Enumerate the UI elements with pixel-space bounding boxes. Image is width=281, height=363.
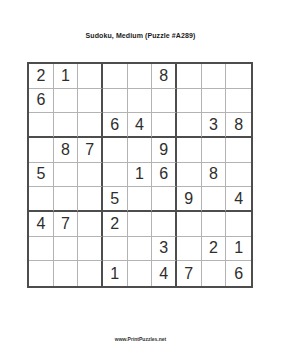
cell-r6c8[interactable]	[202, 187, 227, 212]
cell-r9c5[interactable]	[128, 261, 153, 286]
cell-r2c2[interactable]	[54, 89, 79, 114]
cell-r5c8[interactable]: 8	[202, 163, 227, 188]
cell-r9c6[interactable]: 4	[152, 261, 177, 286]
cell-r2c3[interactable]	[78, 89, 103, 114]
cell-r7c7[interactable]	[177, 212, 202, 237]
cell-r1c8[interactable]	[202, 64, 227, 89]
cell-r6c6[interactable]	[152, 187, 177, 212]
cell-r3c7[interactable]	[177, 113, 202, 138]
cell-r5c6[interactable]: 6	[152, 163, 177, 188]
cell-r9c2[interactable]	[54, 261, 79, 286]
cell-r6c5[interactable]	[128, 187, 153, 212]
cell-r5c9[interactable]	[226, 163, 251, 188]
cell-r3c8[interactable]: 3	[202, 113, 227, 138]
cell-r3c5[interactable]: 4	[128, 113, 153, 138]
cell-r7c6[interactable]	[152, 212, 177, 237]
cell-r1c5[interactable]	[128, 64, 153, 89]
cell-r8c6[interactable]: 3	[152, 237, 177, 262]
cell-r9c3[interactable]	[78, 261, 103, 286]
cell-r9c1[interactable]	[29, 261, 54, 286]
cell-r6c9[interactable]: 4	[226, 187, 251, 212]
cell-r7c4[interactable]: 2	[103, 212, 128, 237]
cell-r6c3[interactable]	[78, 187, 103, 212]
cell-r4c5[interactable]	[128, 138, 153, 163]
cell-r7c1[interactable]: 4	[29, 212, 54, 237]
cell-r8c9[interactable]: 1	[226, 237, 251, 262]
cell-r3c6[interactable]	[152, 113, 177, 138]
cell-r1c7[interactable]	[177, 64, 202, 89]
page-footer: www.PrintPuzzles.net	[0, 336, 281, 342]
cell-r1c9[interactable]	[226, 64, 251, 89]
cell-r7c3[interactable]	[78, 212, 103, 237]
cell-r5c7[interactable]	[177, 163, 202, 188]
cell-r9c7[interactable]: 7	[177, 261, 202, 286]
cell-r8c3[interactable]	[78, 237, 103, 262]
cell-r1c3[interactable]	[78, 64, 103, 89]
cell-r4c1[interactable]	[29, 138, 54, 163]
cell-r6c4[interactable]: 5	[103, 187, 128, 212]
cell-r8c1[interactable]	[29, 237, 54, 262]
cell-r6c7[interactable]: 9	[177, 187, 202, 212]
cell-r3c3[interactable]	[78, 113, 103, 138]
cell-r8c2[interactable]	[54, 237, 79, 262]
cell-r1c2[interactable]: 1	[54, 64, 79, 89]
cell-r2c9[interactable]	[226, 89, 251, 114]
cell-r5c2[interactable]	[54, 163, 79, 188]
cell-r7c2[interactable]: 7	[54, 212, 79, 237]
cell-r4c7[interactable]	[177, 138, 202, 163]
cell-r9c8[interactable]	[202, 261, 227, 286]
cell-r1c6[interactable]: 8	[152, 64, 177, 89]
page-title: Sudoku, Medium (Puzzle #A289)	[0, 32, 281, 39]
cell-r2c8[interactable]	[202, 89, 227, 114]
cell-r6c1[interactable]	[29, 187, 54, 212]
cell-r6c2[interactable]	[54, 187, 79, 212]
cell-r8c8[interactable]: 2	[202, 237, 227, 262]
cell-r9c9[interactable]: 6	[226, 261, 251, 286]
cell-r8c5[interactable]	[128, 237, 153, 262]
sudoku-grid: 2186643887951685944723211476	[27, 62, 253, 288]
cell-r8c4[interactable]	[103, 237, 128, 262]
cell-r3c2[interactable]	[54, 113, 79, 138]
page: Sudoku, Medium (Puzzle #A289) 2186643887…	[0, 0, 281, 363]
cell-r4c9[interactable]	[226, 138, 251, 163]
cell-r2c1[interactable]: 6	[29, 89, 54, 114]
cell-r3c4[interactable]: 6	[103, 113, 128, 138]
cell-r5c3[interactable]	[78, 163, 103, 188]
cell-r8c7[interactable]	[177, 237, 202, 262]
cell-r2c4[interactable]	[103, 89, 128, 114]
cell-r5c4[interactable]	[103, 163, 128, 188]
cell-r2c5[interactable]	[128, 89, 153, 114]
cell-r7c5[interactable]	[128, 212, 153, 237]
cell-r9c4[interactable]: 1	[103, 261, 128, 286]
cell-r2c7[interactable]	[177, 89, 202, 114]
cell-r5c1[interactable]: 5	[29, 163, 54, 188]
cell-r3c1[interactable]	[29, 113, 54, 138]
cell-r7c9[interactable]	[226, 212, 251, 237]
cell-r2c6[interactable]	[152, 89, 177, 114]
cell-r3c9[interactable]: 8	[226, 113, 251, 138]
cell-r4c6[interactable]: 9	[152, 138, 177, 163]
cell-r1c1[interactable]: 2	[29, 64, 54, 89]
cell-r4c3[interactable]: 7	[78, 138, 103, 163]
cell-r4c4[interactable]	[103, 138, 128, 163]
cell-r7c8[interactable]	[202, 212, 227, 237]
cell-r5c5[interactable]: 1	[128, 163, 153, 188]
cell-r1c4[interactable]	[103, 64, 128, 89]
cell-r4c8[interactable]	[202, 138, 227, 163]
cell-r4c2[interactable]: 8	[54, 138, 79, 163]
